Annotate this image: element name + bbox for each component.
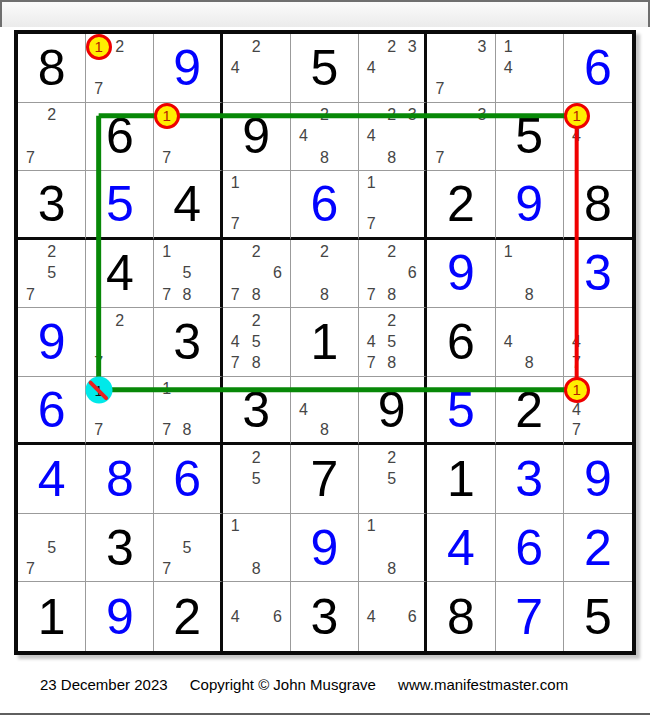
candidate-6 (335, 399, 356, 420)
candidate-9 (130, 353, 151, 374)
cell-r3c2[interactable]: 5 (86, 171, 154, 240)
candidate-4: 4 (566, 126, 587, 147)
cell-r7c4[interactable]: 25 (223, 445, 291, 514)
candidate-5 (382, 194, 402, 215)
candidate-9 (335, 284, 356, 305)
candidate-6 (62, 263, 83, 284)
candidate-6 (197, 537, 217, 558)
cell-r4c6[interactable]: 2678 (359, 240, 427, 309)
candidate-3: 3 (471, 105, 492, 126)
candidates: 24578 (361, 310, 422, 374)
cell-r2c9[interactable]: 4 (564, 103, 632, 172)
candidate-3 (402, 242, 422, 263)
candidate-2 (587, 379, 608, 400)
cell-r8c3[interactable]: 57 (154, 514, 222, 583)
cell-r4c3[interactable]: 1578 (154, 240, 222, 309)
given-digit: 9 (223, 103, 290, 171)
candidate-9 (609, 147, 630, 168)
cell-r7c1[interactable]: 4 (18, 445, 86, 514)
cell-r8c9[interactable]: 2 (564, 514, 632, 583)
candidate-3 (130, 310, 151, 331)
candidate-6 (267, 469, 288, 490)
cell-r7c7[interactable]: 1 (427, 445, 495, 514)
candidate-4: 4 (361, 126, 381, 147)
cell-r1c3[interactable]: 9 (154, 34, 222, 103)
candidate-1 (156, 105, 176, 126)
footer: 23 December 2023 Copyright © John Musgra… (40, 676, 586, 693)
cell-r9c3[interactable]: 2 (154, 582, 222, 651)
candidate-9 (402, 147, 422, 168)
candidate-1 (225, 242, 246, 263)
cell-r8c2[interactable]: 3 (86, 514, 154, 583)
candidate-2 (177, 516, 197, 537)
cell-r3c4[interactable]: 17 (223, 171, 291, 240)
cell-r8c6[interactable]: 18 (359, 514, 427, 583)
cell-r2c7[interactable]: 37 (427, 103, 495, 172)
candidate-8 (587, 147, 608, 168)
cell-r9c4[interactable]: 46 (223, 582, 291, 651)
candidate-1 (566, 105, 587, 126)
candidate-5 (177, 399, 197, 420)
candidate-4 (20, 537, 41, 558)
candidate-6 (402, 469, 422, 490)
cell-r4c4[interactable]: 2678 (223, 240, 291, 309)
cell-r5c9[interactable]: 47 (564, 308, 632, 377)
candidate-7 (225, 490, 246, 511)
candidate-7 (225, 627, 246, 649)
given-digit: 5 (496, 103, 563, 171)
candidate-6 (471, 126, 492, 147)
candidate-7: 7 (20, 284, 41, 305)
cell-r4c7[interactable]: 9 (427, 240, 495, 309)
candidate-3 (267, 310, 288, 331)
candidate-8 (246, 78, 267, 99)
candidate-2: 2 (246, 447, 267, 468)
solved-digit: 5 (427, 377, 494, 443)
cell-r2c2[interactable]: 6 (86, 103, 154, 172)
cell-r8c5[interactable]: 9 (291, 514, 359, 583)
candidate-7 (361, 78, 381, 99)
candidate-7: 7 (20, 558, 41, 579)
cell-r5c1[interactable]: 9 (18, 308, 86, 377)
solved-digit: 3 (496, 445, 563, 513)
cell-r6c5[interactable]: 48 (291, 377, 359, 446)
candidate-7 (361, 490, 381, 511)
candidate-5 (246, 606, 267, 628)
candidate-8 (41, 147, 62, 168)
cell-r5c4[interactable]: 24578 (223, 308, 291, 377)
candidate-3 (402, 516, 422, 537)
candidate-1 (225, 310, 246, 331)
candidate-5: 5 (382, 331, 402, 352)
candidate-1: 1 (498, 36, 519, 57)
cell-r7c2[interactable]: 8 (86, 445, 154, 514)
candidate-3 (267, 242, 288, 263)
candidate-6: 6 (402, 606, 422, 628)
candidate-3 (540, 242, 561, 263)
candidate-2: 2 (382, 242, 402, 263)
candidate-4 (88, 331, 109, 352)
cell-r1c8[interactable]: 14 (496, 34, 564, 103)
candidate-1 (20, 516, 41, 537)
candidate-7 (566, 147, 587, 168)
cell-r3c3[interactable]: 4 (154, 171, 222, 240)
candidate-4: 4 (293, 399, 314, 420)
cell-r1c6[interactable]: 234 (359, 34, 427, 103)
sudoku-board: 8279245234371462767924823483754354176172… (14, 30, 636, 655)
candidate-4 (361, 469, 381, 490)
candidate-1 (361, 36, 381, 57)
candidate-2: 2 (246, 310, 267, 331)
candidate-3 (197, 379, 217, 400)
candidate-6 (62, 537, 83, 558)
solved-digit: 6 (496, 514, 563, 582)
cell-r8c7[interactable]: 4 (427, 514, 495, 583)
cell-r9c9[interactable]: 5 (564, 582, 632, 651)
solved-digit: 9 (427, 240, 494, 308)
candidate-4 (156, 399, 176, 420)
candidate-3 (609, 379, 630, 400)
candidate-8 (109, 420, 130, 441)
cell-r6c4[interactable]: 3 (223, 377, 291, 446)
cell-r6c3[interactable]: 178 (154, 377, 222, 446)
candidate-7: 7 (361, 353, 381, 374)
candidate-7: 7 (156, 420, 176, 441)
candidate-7: 7 (156, 558, 176, 579)
cell-r7c3[interactable]: 6 (154, 445, 222, 514)
given-digit: 2 (427, 171, 494, 237)
candidate-6 (540, 331, 561, 352)
cell-r4c1[interactable]: 257 (18, 240, 86, 309)
cell-r8c8[interactable]: 6 (496, 514, 564, 583)
candidate-4 (156, 263, 176, 284)
candidate-4: 4 (361, 57, 381, 78)
candidate-5 (382, 263, 402, 284)
given-digit: 6 (427, 308, 494, 376)
candidate-4 (20, 263, 41, 284)
solved-digit: 7 (496, 582, 563, 651)
candidate-7: 7 (156, 284, 176, 305)
candidates: 48 (498, 310, 561, 374)
candidate-4: 4 (225, 331, 246, 352)
cell-r9c1[interactable]: 1 (18, 582, 86, 651)
candidate-3 (335, 242, 356, 263)
candidate-3 (62, 516, 83, 537)
cell-r7c5[interactable]: 7 (291, 445, 359, 514)
candidate-1: 1 (361, 516, 381, 537)
candidate-4 (156, 537, 176, 558)
solved-digit: 9 (154, 34, 219, 102)
candidate-4 (361, 194, 381, 215)
cell-r6c7[interactable]: 5 (427, 377, 495, 446)
cell-r2c6[interactable]: 2348 (359, 103, 427, 172)
candidate-8: 8 (382, 147, 402, 168)
cell-r1c2[interactable]: 27 (86, 34, 154, 103)
candidate-7 (293, 284, 314, 305)
candidate-7: 7 (88, 78, 109, 99)
candidate-8: 8 (246, 558, 267, 579)
candidates: 18 (361, 516, 422, 580)
candidate-9 (609, 420, 630, 441)
candidate-3 (62, 242, 83, 263)
candidate-9 (267, 353, 288, 374)
candidate-9 (197, 558, 217, 579)
cell-r6c8[interactable]: 2 (496, 377, 564, 446)
cell-r4c2[interactable]: 4 (86, 240, 154, 309)
candidate-1 (498, 310, 519, 331)
cell-r2c5[interactable]: 248 (291, 103, 359, 172)
solved-digit: 6 (154, 445, 219, 513)
candidate-7: 7 (225, 284, 246, 305)
candidate-8: 8 (177, 420, 197, 441)
given-digit: 4 (154, 171, 219, 237)
candidate-7: 7 (225, 214, 246, 235)
candidates: 46 (225, 584, 288, 649)
candidate-1 (361, 584, 381, 606)
candidate-3 (402, 173, 422, 194)
candidate-4 (498, 263, 519, 284)
cell-r3c8[interactable]: 9 (496, 171, 564, 240)
candidate-4 (88, 57, 109, 78)
candidate-7 (293, 147, 314, 168)
candidate-8 (246, 214, 267, 235)
cell-r8c1[interactable]: 57 (18, 514, 86, 583)
given-digit: 8 (564, 171, 632, 237)
candidate-4 (429, 57, 450, 78)
candidate-1 (225, 447, 246, 468)
cell-r6c9[interactable]: 47 (564, 377, 632, 446)
cell-r5c5[interactable]: 1 (291, 308, 359, 377)
candidate-1 (20, 105, 41, 126)
candidate-1 (225, 36, 246, 57)
candidate-1: 1 (225, 516, 246, 537)
given-digit: 6 (86, 103, 153, 171)
candidate-2 (382, 516, 402, 537)
solved-digit: 4 (18, 445, 85, 513)
candidate-6 (267, 194, 288, 215)
candidate-1 (20, 242, 41, 263)
candidate-1 (429, 105, 450, 126)
cell-r2c3[interactable]: 7 (154, 103, 222, 172)
cell-r3c1[interactable]: 3 (18, 171, 86, 240)
solved-digit: 6 (18, 377, 85, 443)
candidate-8 (382, 490, 402, 511)
cell-r5c2[interactable]: 27 (86, 308, 154, 377)
candidate-7: 7 (566, 353, 587, 374)
candidate-4 (361, 263, 381, 284)
cell-r9c2[interactable]: 9 (86, 582, 154, 651)
candidate-2 (177, 242, 197, 263)
candidate-5 (109, 331, 130, 352)
candidate-6 (402, 126, 422, 147)
cell-r9c6[interactable]: 46 (359, 582, 427, 651)
candidate-5 (587, 331, 608, 352)
candidate-9 (267, 627, 288, 649)
cell-r6c1[interactable]: 6 (18, 377, 86, 446)
cell-r5c6[interactable]: 24578 (359, 308, 427, 377)
candidate-7: 7 (88, 420, 109, 441)
candidate-3 (197, 105, 217, 126)
footer-date: 23 December 2023 (40, 676, 168, 693)
solved-digit: 6 (291, 171, 358, 237)
candidate-2 (177, 105, 197, 126)
cell-r5c7[interactable]: 6 (427, 308, 495, 377)
candidate-6 (402, 57, 422, 78)
candidate-2: 2 (109, 36, 130, 57)
cell-r4c5[interactable]: 28 (291, 240, 359, 309)
given-digit: 1 (291, 308, 358, 376)
given-digit: 5 (291, 34, 358, 102)
candidate-3 (197, 242, 217, 263)
candidate-9 (130, 78, 151, 99)
candidate-9 (197, 420, 217, 441)
candidate-4: 4 (566, 399, 587, 420)
candidate-3 (267, 516, 288, 537)
cell-r4c8[interactable]: 18 (496, 240, 564, 309)
candidate-1: 1 (225, 173, 246, 194)
cell-r9c7[interactable]: 8 (427, 582, 495, 651)
cell-r9c8[interactable]: 7 (496, 582, 564, 651)
cell-r7c8[interactable]: 3 (496, 445, 564, 514)
candidate-5: 5 (246, 331, 267, 352)
candidates: 1578 (156, 242, 217, 306)
candidate-6 (267, 331, 288, 352)
cell-r2c1[interactable]: 27 (18, 103, 86, 172)
cell-r1c1[interactable]: 8 (18, 34, 86, 103)
cell-r9c5[interactable]: 3 (291, 582, 359, 651)
candidate-7: 7 (429, 147, 450, 168)
candidate-5: 5 (41, 537, 62, 558)
candidate-3 (540, 310, 561, 331)
candidate-9 (402, 284, 422, 305)
candidate-5 (587, 126, 608, 147)
cell-r8c4[interactable]: 18 (223, 514, 291, 583)
candidate-2: 2 (246, 242, 267, 263)
given-digit: 7 (291, 445, 358, 513)
candidate-2 (177, 379, 197, 400)
candidate-5 (109, 399, 130, 420)
candidate-9 (130, 420, 151, 441)
given-digit: 3 (291, 582, 358, 651)
candidate-8 (109, 78, 130, 99)
candidate-3 (335, 105, 356, 126)
candidate-6 (540, 263, 561, 284)
candidate-6 (402, 331, 422, 352)
candidate-8: 8 (519, 284, 540, 305)
candidate-3 (609, 105, 630, 126)
candidate-6 (267, 57, 288, 78)
candidate-6 (267, 537, 288, 558)
candidates: 57 (20, 516, 83, 580)
candidate-8: 8 (382, 558, 402, 579)
candidates: 28 (293, 242, 356, 306)
cell-r7c9[interactable]: 9 (564, 445, 632, 514)
candidate-9 (267, 78, 288, 99)
cell-r1c4[interactable]: 24 (223, 34, 291, 103)
cell-r1c7[interactable]: 37 (427, 34, 495, 103)
candidate-4 (361, 537, 381, 558)
candidate-8: 8 (382, 284, 402, 305)
cell-r7c6[interactable]: 25 (359, 445, 427, 514)
candidate-9 (267, 490, 288, 511)
given-digit: 9 (359, 377, 424, 443)
candidate-1: 1 (156, 379, 176, 400)
cell-r3c7[interactable]: 2 (427, 171, 495, 240)
cell-r1c5[interactable]: 5 (291, 34, 359, 103)
candidate-1: 1 (498, 242, 519, 263)
candidate-4 (225, 263, 246, 284)
cell-r1c9[interactable]: 6 (564, 34, 632, 103)
candidate-6 (402, 537, 422, 558)
cell-r2c4[interactable]: 9 (223, 103, 291, 172)
candidate-4: 4 (361, 331, 381, 352)
candidate-6 (471, 57, 492, 78)
candidate-5 (314, 263, 335, 284)
cell-r5c8[interactable]: 48 (496, 308, 564, 377)
solved-digit: 9 (86, 582, 153, 651)
candidates: 7 (88, 379, 151, 441)
candidate-2 (382, 173, 402, 194)
candidate-8 (382, 627, 402, 649)
candidates: 18 (225, 516, 288, 580)
candidate-1 (293, 242, 314, 263)
candidate-9 (267, 214, 288, 235)
candidates: 27 (20, 105, 83, 169)
candidates: 27 (88, 310, 151, 374)
candidate-3 (267, 36, 288, 57)
candidate-2 (519, 36, 540, 57)
candidate-7 (498, 284, 519, 305)
candidate-3: 3 (402, 105, 422, 126)
candidate-7: 7 (20, 147, 41, 168)
solved-digit: 9 (564, 445, 632, 513)
candidate-4: 4 (225, 57, 246, 78)
cell-r4c9[interactable]: 3 (564, 240, 632, 309)
cell-r6c6[interactable]: 9 (359, 377, 427, 446)
candidate-1 (293, 379, 314, 400)
cell-r5c3[interactable]: 3 (154, 308, 222, 377)
candidate-2 (450, 105, 471, 126)
candidate-3 (267, 584, 288, 606)
candidate-4 (225, 194, 246, 215)
candidate-5 (246, 537, 267, 558)
cell-r2c8[interactable]: 5 (496, 103, 564, 172)
candidates: 57 (156, 516, 217, 580)
cell-r3c5[interactable]: 6 (291, 171, 359, 240)
cell-r6c2[interactable]: 7 (86, 377, 154, 446)
candidate-7 (361, 147, 381, 168)
candidate-2: 2 (109, 310, 130, 331)
candidate-8: 8 (314, 147, 335, 168)
candidate-8: 8 (246, 353, 267, 374)
solved-digit: 3 (564, 240, 632, 308)
candidate-5 (382, 606, 402, 628)
candidate-8: 8 (177, 284, 197, 305)
cell-r3c6[interactable]: 17 (359, 171, 427, 240)
candidate-5 (177, 126, 197, 147)
candidate-6 (402, 194, 422, 215)
candidate-9 (335, 420, 356, 441)
candidate-7 (225, 558, 246, 579)
candidate-3 (197, 516, 217, 537)
candidate-3 (402, 584, 422, 606)
given-digit: 1 (427, 445, 494, 513)
candidate-9 (402, 627, 422, 649)
cell-r3c9[interactable]: 8 (564, 171, 632, 240)
candidate-2: 2 (41, 105, 62, 126)
candidates: 14 (498, 36, 561, 100)
given-digit: 2 (154, 582, 219, 651)
